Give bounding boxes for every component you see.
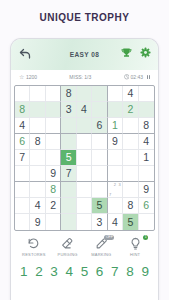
sudoku-cell[interactable]: 8 (30, 134, 45, 150)
purging-button[interactable]: PURGING (52, 237, 84, 257)
sudoku-cell[interactable] (92, 86, 107, 102)
cell-value: 6 (97, 120, 103, 131)
sudoku-cell[interactable] (92, 134, 107, 150)
hint-label: HINT (130, 252, 140, 257)
cell-value: 6 (19, 136, 25, 147)
sudoku-cell[interactable] (30, 182, 45, 198)
restores-button[interactable]: RESTORES (18, 237, 50, 257)
phone-screenshot: EASY 08 (10, 38, 159, 300)
lightbulb-icon (129, 237, 142, 250)
sudoku-cell[interactable]: 5 (92, 198, 107, 214)
cell-value: 4 (81, 104, 87, 115)
time-value: 02:43 (131, 74, 144, 80)
back-button[interactable] (19, 48, 31, 60)
sudoku-cell[interactable] (77, 198, 92, 214)
toolbar: RESTORES PURGING OFF MARKING 1 (11, 231, 158, 257)
sudoku-cell[interactable] (108, 166, 123, 182)
sudoku-cell[interactable] (123, 150, 138, 166)
sudoku-cell[interactable] (123, 118, 138, 134)
sudoku-cell[interactable] (77, 214, 92, 230)
sudoku-cell[interactable]: 1 (139, 150, 154, 166)
star-icon: ☆ (19, 74, 24, 80)
sudoku-cell[interactable] (139, 166, 154, 182)
sudoku-cell[interactable] (92, 102, 107, 118)
cell-value: 8 (50, 184, 56, 195)
numpad-3[interactable]: 3 (50, 264, 58, 279)
restores-label: RESTORES (22, 252, 46, 257)
sudoku-cell[interactable] (61, 118, 76, 134)
sudoku-cell[interactable] (30, 102, 45, 118)
sudoku-cell[interactable] (15, 182, 30, 198)
banner: UNIQUE TROPHY (0, 0, 169, 23)
settings-button[interactable] (140, 47, 151, 58)
cell-value: 3 (97, 217, 103, 228)
sudoku-cell[interactable] (30, 166, 45, 182)
marking-button[interactable]: OFF MARKING (85, 237, 117, 257)
numpad-5[interactable]: 5 (81, 264, 89, 279)
numpad-1[interactable]: 1 (20, 264, 28, 279)
sudoku-cell[interactable] (15, 214, 30, 230)
sudoku-cell[interactable] (61, 134, 76, 150)
cell-value: 3 (66, 104, 72, 115)
sudoku-cell[interactable]: 8 (46, 182, 61, 198)
cell-value: 2 (127, 104, 133, 115)
sudoku-cell[interactable] (46, 102, 61, 118)
cell-value: 9 (35, 217, 41, 228)
sudoku-cell[interactable] (15, 86, 30, 102)
undo-icon (27, 237, 40, 250)
cell-value: 5 (66, 152, 72, 163)
cell-value: 8 (127, 200, 133, 211)
sudoku-cell[interactable] (123, 134, 138, 150)
sudoku-cell[interactable] (139, 86, 154, 102)
sudoku-cell[interactable] (46, 150, 61, 166)
sudoku-cell[interactable]: 4 (123, 86, 138, 102)
sudoku-cell[interactable] (92, 166, 107, 182)
sudoku-cell[interactable]: 3 (61, 102, 76, 118)
purging-label: PURGING (58, 252, 78, 257)
sudoku-cell[interactable]: 9 (108, 134, 123, 150)
sudoku-cell[interactable]: 6 (92, 118, 107, 134)
cell-value: 8 (66, 88, 72, 99)
marking-label: MARKING (91, 252, 111, 257)
cell-value: 4 (112, 217, 118, 228)
sudoku-cell[interactable]: 6 (15, 134, 30, 150)
hint-button[interactable]: 1 HINT (119, 237, 151, 257)
sudoku-cell[interactable]: 2 (46, 198, 61, 214)
sudoku-cell[interactable] (30, 150, 45, 166)
sudoku-cell[interactable]: 4 (15, 118, 30, 134)
sudoku-cell[interactable] (77, 118, 92, 134)
app-header: EASY 08 (11, 39, 158, 70)
sudoku-cell[interactable] (30, 118, 45, 134)
numpad-2[interactable]: 2 (35, 264, 43, 279)
sudoku-cell[interactable] (92, 182, 107, 198)
sudoku-cell[interactable]: 5 (61, 150, 76, 166)
eraser-icon (61, 237, 74, 250)
sudoku-cell[interactable]: 7 (15, 150, 30, 166)
cell-value: 4 (19, 120, 25, 131)
numpad-7[interactable]: 7 (111, 264, 119, 279)
sudoku-cell[interactable]: 4 (139, 134, 154, 150)
sudoku-cell[interactable] (30, 86, 45, 102)
trophy-icon (121, 47, 132, 58)
sudoku-cell[interactable]: 8 (15, 102, 30, 118)
sudoku-cell[interactable] (77, 166, 92, 182)
sudoku-cell[interactable] (61, 214, 76, 230)
sudoku-cell[interactable] (123, 182, 138, 198)
score-value: 1200 (26, 74, 37, 80)
cell-value: 1 (112, 120, 118, 131)
cell-value: 6 (143, 200, 149, 211)
score-stat: ☆ 1200 (19, 74, 37, 80)
cell-value: 8 (19, 104, 25, 115)
sudoku-cell[interactable] (77, 134, 92, 150)
cell-value: 9 (50, 168, 56, 179)
miss-stat: MISS: 1/3 (69, 74, 91, 80)
hint-badge: 1 (143, 235, 148, 240)
pencil-marks: 237 (108, 182, 122, 197)
sudoku-cell[interactable] (46, 86, 61, 102)
pause-button[interactable] (147, 75, 150, 80)
miss-value: MISS: 1/3 (69, 74, 91, 80)
cell-value: 7 (19, 152, 25, 163)
sudoku-grid: 848342461868947519782379425869345 (14, 85, 155, 231)
sudoku-cell[interactable] (108, 86, 123, 102)
cell-value: 7 (66, 168, 72, 179)
sudoku-cell[interactable] (77, 86, 92, 102)
sudoku-cell[interactable] (61, 198, 76, 214)
cell-value: 8 (143, 120, 149, 131)
cell-value: 4 (127, 88, 133, 99)
gear-icon (140, 47, 151, 58)
sudoku-cell[interactable]: 8 (123, 198, 138, 214)
sudoku-cell[interactable] (108, 198, 123, 214)
cell-value: 2 (50, 200, 56, 211)
sudoku-cell[interactable]: 9 (30, 214, 45, 230)
marking-badge: OFF (104, 235, 114, 240)
sudoku-cell[interactable] (77, 150, 92, 166)
sudoku-cell[interactable] (123, 166, 138, 182)
sudoku-cell[interactable]: 5 (123, 214, 138, 230)
sudoku-cell[interactable] (15, 166, 30, 182)
number-pad: 123456789 (11, 257, 158, 279)
stats-row: ☆ 1200 MISS: 1/3 02:43 (11, 70, 158, 84)
sudoku-cell[interactable]: 7 (61, 166, 76, 182)
sudoku-cell[interactable]: 237 (108, 182, 123, 198)
sudoku-cell[interactable]: 6 (139, 198, 154, 214)
sudoku-cell[interactable]: 4 (108, 214, 123, 230)
sudoku-cell[interactable] (92, 150, 107, 166)
cell-value: 9 (143, 184, 149, 195)
numpad-6[interactable]: 6 (96, 264, 104, 279)
cell-value: 4 (35, 200, 41, 211)
back-arrow-icon (19, 48, 31, 60)
sudoku-cell[interactable]: 1 (108, 118, 123, 134)
sudoku-cell[interactable] (108, 102, 123, 118)
sudoku-cell[interactable] (77, 182, 92, 198)
sudoku-cell[interactable] (46, 134, 61, 150)
numpad-8[interactable]: 8 (126, 264, 134, 279)
page-title: UNIQUE TROPHY (0, 12, 169, 23)
sudoku-cell[interactable]: 4 (77, 102, 92, 118)
cell-value: 1 (143, 152, 149, 163)
timer-stat: 02:43 (124, 74, 150, 80)
sudoku-cell[interactable]: 2 (123, 102, 138, 118)
sudoku-cell[interactable] (46, 214, 61, 230)
sudoku-cell[interactable] (61, 182, 76, 198)
sudoku-cell[interactable] (108, 150, 123, 166)
cell-value: 4 (143, 136, 149, 147)
sudoku-cell[interactable]: 9 (46, 166, 61, 182)
cell-value: 5 (127, 217, 133, 228)
sudoku-cell[interactable] (139, 102, 154, 118)
sudoku-cell[interactable] (139, 214, 154, 230)
sudoku-cell[interactable] (46, 118, 61, 134)
sudoku-cell[interactable]: 3 (92, 214, 107, 230)
numpad-4[interactable]: 4 (66, 264, 74, 279)
sudoku-cell[interactable]: 4 (30, 198, 45, 214)
sudoku-cell[interactable]: 8 (61, 86, 76, 102)
cell-value: 5 (97, 200, 103, 211)
sudoku-cell[interactable]: 8 (139, 118, 154, 134)
sudoku-cell[interactable]: 9 (139, 182, 154, 198)
sudoku-cell[interactable] (15, 198, 30, 214)
cell-value: 8 (35, 136, 41, 147)
numpad-9[interactable]: 9 (141, 264, 149, 279)
trophy-button[interactable] (121, 47, 132, 58)
cell-value: 9 (112, 136, 118, 147)
clock-icon (124, 74, 130, 80)
